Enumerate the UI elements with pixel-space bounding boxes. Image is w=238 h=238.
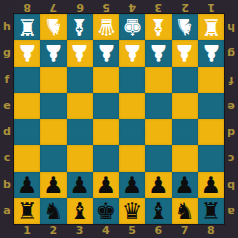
square-d8[interactable]	[198, 119, 224, 145]
coordinate-label: 4	[119, 0, 145, 14]
square-h6[interactable]: ♝	[145, 14, 171, 40]
coordinate-label: h	[224, 14, 238, 40]
coordinate-label: a	[224, 198, 238, 224]
white-pawn: ♟	[69, 40, 90, 66]
white-knight: ♞	[43, 14, 64, 40]
square-h8[interactable]: ♜	[198, 14, 224, 40]
square-a2[interactable]: ♞	[40, 198, 66, 224]
square-g7[interactable]: ♟	[172, 40, 198, 66]
square-a1[interactable]: ♜	[14, 198, 40, 224]
square-g6[interactable]: ♟	[145, 40, 171, 66]
coordinate-label: d	[0, 119, 14, 145]
white-pawn: ♟	[96, 40, 117, 66]
square-f7[interactable]	[172, 67, 198, 93]
square-c5[interactable]	[119, 145, 145, 171]
square-b8[interactable]: ♟	[198, 172, 224, 198]
coordinate-label: 8	[198, 224, 224, 238]
black-pawn: ♟	[43, 172, 64, 198]
white-pawn: ♟	[17, 40, 38, 66]
square-b6[interactable]: ♟	[145, 172, 171, 198]
coordinate-label: d	[224, 119, 238, 145]
square-c8[interactable]	[198, 145, 224, 171]
coordinate-label: b	[224, 172, 238, 198]
square-d1[interactable]	[14, 119, 40, 145]
coordinate-label: a	[0, 198, 14, 224]
square-d2[interactable]	[40, 119, 66, 145]
right-coordinates: hgfedcba	[224, 14, 238, 224]
coordinate-label: 7	[40, 0, 66, 14]
coordinate-label: f	[224, 67, 238, 93]
left-coordinates: hgfedcba	[0, 14, 14, 224]
coordinate-label: e	[224, 93, 238, 119]
square-h5[interactable]: ♚	[119, 14, 145, 40]
coordinate-label: 5	[93, 0, 119, 14]
white-rook: ♜	[17, 14, 38, 40]
top-coordinates: 87654321	[14, 0, 224, 14]
black-knight: ♞	[43, 198, 64, 224]
square-e5[interactable]	[119, 93, 145, 119]
coordinate-label: 6	[145, 224, 171, 238]
white-pawn: ♟	[148, 40, 169, 66]
square-a7[interactable]: ♞	[172, 198, 198, 224]
square-c1[interactable]	[14, 145, 40, 171]
square-a5[interactable]: ♛	[119, 198, 145, 224]
square-g2[interactable]: ♟	[40, 40, 66, 66]
square-e6[interactable]	[145, 93, 171, 119]
white-queen: ♛	[96, 14, 117, 40]
white-pawn: ♟	[174, 40, 195, 66]
square-b7[interactable]: ♟	[172, 172, 198, 198]
coordinate-label: h	[0, 14, 14, 40]
square-e3[interactable]	[67, 93, 93, 119]
coordinate-label: 8	[14, 0, 40, 14]
square-f8[interactable]	[198, 67, 224, 93]
square-f2[interactable]	[40, 67, 66, 93]
square-c7[interactable]	[172, 145, 198, 171]
square-b5[interactable]: ♟	[119, 172, 145, 198]
black-knight: ♞	[174, 198, 195, 224]
square-h2[interactable]: ♞	[40, 14, 66, 40]
coordinate-label: e	[0, 93, 14, 119]
black-bishop: ♝	[69, 198, 90, 224]
black-pawn: ♟	[96, 172, 117, 198]
square-a8[interactable]: ♜	[198, 198, 224, 224]
coordinate-label: f	[0, 67, 14, 93]
square-e1[interactable]	[14, 93, 40, 119]
black-pawn: ♟	[148, 172, 169, 198]
square-f3[interactable]	[67, 67, 93, 93]
board: ♜♞♝♛♚♝♞♜♟♟♟♟♟♟♟♟♟♟♟♟♟♟♟♟♜♞♝♚♛♝♞♜	[14, 14, 224, 224]
coordinate-label: g	[224, 40, 238, 66]
square-g3[interactable]: ♟	[67, 40, 93, 66]
square-a6[interactable]: ♝	[145, 198, 171, 224]
square-h4[interactable]: ♛	[93, 14, 119, 40]
coordinate-label: 6	[67, 0, 93, 14]
square-c3[interactable]	[67, 145, 93, 171]
square-d4[interactable]	[93, 119, 119, 145]
black-pawn: ♟	[69, 172, 90, 198]
square-a3[interactable]: ♝	[67, 198, 93, 224]
coordinate-label: 1	[198, 0, 224, 14]
bottom-coordinates: 12345678	[14, 224, 224, 238]
square-h7[interactable]: ♞	[172, 14, 198, 40]
white-knight: ♞	[174, 14, 195, 40]
square-g4[interactable]: ♟	[93, 40, 119, 66]
square-e8[interactable]	[198, 93, 224, 119]
white-rook: ♜	[201, 14, 222, 40]
square-g5[interactable]: ♟	[119, 40, 145, 66]
square-d7[interactable]	[172, 119, 198, 145]
coordinate-label: 3	[67, 224, 93, 238]
square-f5[interactable]	[119, 67, 145, 93]
square-c4[interactable]	[93, 145, 119, 171]
square-b1[interactable]: ♟	[14, 172, 40, 198]
square-d6[interactable]	[145, 119, 171, 145]
coordinate-label: 5	[119, 224, 145, 238]
square-a4[interactable]: ♚	[93, 198, 119, 224]
square-f1[interactable]	[14, 67, 40, 93]
square-c6[interactable]	[145, 145, 171, 171]
black-bishop: ♝	[148, 198, 169, 224]
square-h3[interactable]: ♝	[67, 14, 93, 40]
square-d5[interactable]	[119, 119, 145, 145]
white-pawn: ♟	[43, 40, 64, 66]
square-d3[interactable]	[67, 119, 93, 145]
coordinate-label: g	[0, 40, 14, 66]
coordinate-label: c	[0, 145, 14, 171]
white-bishop: ♝	[148, 14, 169, 40]
square-e2[interactable]	[40, 93, 66, 119]
black-pawn: ♟	[201, 172, 222, 198]
coordinate-label: 2	[172, 0, 198, 14]
square-e4[interactable]	[93, 93, 119, 119]
black-pawn: ♟	[17, 172, 38, 198]
coordinate-label: 2	[40, 224, 66, 238]
square-h1[interactable]: ♜	[14, 14, 40, 40]
black-king: ♚	[96, 198, 117, 224]
white-pawn: ♟	[201, 40, 222, 66]
white-king: ♚	[122, 14, 143, 40]
coordinate-label: c	[224, 145, 238, 171]
square-f4[interactable]	[93, 67, 119, 93]
chess-diagram: 87654321 hgfedcba hgfedcba 12345678 ♜♞♝♛…	[0, 0, 238, 238]
coordinate-label: 4	[93, 224, 119, 238]
black-pawn: ♟	[122, 172, 143, 198]
coordinate-label: 7	[172, 224, 198, 238]
square-f6[interactable]	[145, 67, 171, 93]
white-bishop: ♝	[69, 14, 90, 40]
square-b3[interactable]: ♟	[67, 172, 93, 198]
coordinate-label: 1	[14, 224, 40, 238]
coordinate-label: b	[0, 172, 14, 198]
coordinate-label: 3	[145, 0, 171, 14]
black-queen: ♛	[122, 198, 143, 224]
white-pawn: ♟	[122, 40, 143, 66]
black-rook: ♜	[201, 198, 222, 224]
square-g1[interactable]: ♟	[14, 40, 40, 66]
black-pawn: ♟	[174, 172, 195, 198]
black-rook: ♜	[17, 198, 38, 224]
square-b2[interactable]: ♟	[40, 172, 66, 198]
square-c2[interactable]	[40, 145, 66, 171]
square-e7[interactable]	[172, 93, 198, 119]
square-g8[interactable]: ♟	[198, 40, 224, 66]
square-b4[interactable]: ♟	[93, 172, 119, 198]
